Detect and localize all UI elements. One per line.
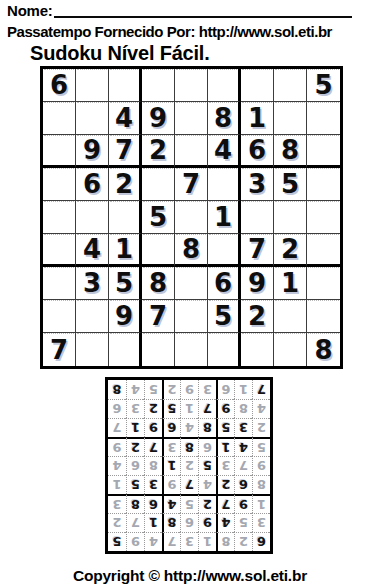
solution-cell-r5c2: 7: [234, 456, 252, 475]
puzzle-cell-r9c1[interactable]: 7: [43, 333, 76, 366]
sudoku-solution-grid-rotated-180: 6281374953549681721972546838624793519735…: [105, 377, 273, 554]
puzzle-cell-r4c3[interactable]: 2: [109, 168, 142, 201]
name-label: Nome:: [7, 3, 53, 18]
solution-given-digit: 8: [185, 441, 194, 454]
puzzle-cell-r1c7[interactable]: [241, 69, 274, 102]
puzzle-given-digit: 2: [248, 303, 266, 329]
puzzle-cell-r3c2[interactable]: 9: [76, 135, 109, 168]
solution-cell-r3c4: 2: [198, 494, 216, 513]
solution-cell-r7c8: 1: [126, 418, 144, 437]
puzzle-given-digit: 2: [149, 137, 167, 163]
puzzle-cell-r8c5[interactable]: [175, 300, 208, 333]
solution-solved-digit: 9: [112, 441, 121, 454]
sudoku-puzzle-grid: 654981972468627355141872358691975278: [40, 66, 343, 369]
solution-cell-r2c4: 9: [198, 513, 216, 532]
puzzle-cell-r2c9[interactable]: [307, 102, 340, 135]
solution-given-digit: 1: [149, 517, 158, 530]
puzzle-cell-r3c9[interactable]: [307, 135, 340, 168]
solution-cell-r3c6: 4: [162, 494, 180, 513]
solution-given-digit: 6: [167, 422, 176, 435]
solution-solved-digit: 4: [131, 383, 140, 396]
puzzle-cell-r6c5[interactable]: 8: [175, 234, 208, 267]
puzzle-given-digit: 9: [248, 270, 266, 296]
puzzle-cell-r8c7[interactable]: 2: [241, 300, 274, 333]
puzzle-cell-r9c9[interactable]: 8: [307, 333, 340, 366]
solution-cell-r9c4: 3: [198, 380, 216, 399]
puzzle-given-digit: 6: [214, 270, 232, 296]
solution-given-digit: 8: [131, 498, 140, 511]
puzzle-cell-r5c2[interactable]: [76, 201, 109, 234]
puzzle-cell-r4c1[interactable]: [43, 168, 76, 201]
puzzle-cell-r2c1[interactable]: [43, 102, 76, 135]
solution-cell-r7c3: 5: [216, 418, 234, 437]
puzzle-cell-r8c6[interactable]: 5: [208, 300, 241, 333]
solution-cell-r7c9: 7: [108, 418, 126, 437]
solution-solved-digit: 8: [149, 460, 158, 473]
solution-cell-r7c5: 4: [180, 418, 198, 437]
solution-cell-r3c1: 1: [252, 494, 270, 513]
puzzle-cell-r6c7[interactable]: 7: [241, 234, 274, 267]
solution-cell-r5c1: 9: [252, 456, 270, 475]
puzzle-cell-r2c2[interactable]: [76, 102, 109, 135]
puzzle-cell-r9c7[interactable]: [241, 333, 274, 366]
solution-solved-digit: 2: [112, 517, 121, 530]
solution-solved-digit: 3: [203, 383, 212, 396]
solution-cell-r9c3: 6: [216, 380, 234, 399]
solution-given-digit: 2: [149, 403, 158, 416]
solution-cell-r1c9: 5: [108, 532, 126, 551]
solution-cell-r8c7: 2: [144, 399, 162, 418]
solution-given-digit: 5: [131, 479, 140, 492]
puzzle-cell-r6c3[interactable]: 1: [109, 234, 142, 267]
solution-solved-digit: 5: [149, 383, 158, 396]
solution-cell-r8c3: 9: [216, 399, 234, 418]
puzzle-cell-r1c9[interactable]: 5: [307, 69, 340, 102]
puzzle-given-digit: 7: [248, 236, 266, 262]
puzzle-given-digit: 8: [149, 270, 167, 296]
solution-cell-r5c4: 5: [198, 456, 216, 475]
solution-cell-r4c8: 5: [126, 475, 144, 494]
solution-given-digit: 9: [203, 517, 212, 530]
puzzle-cell-r9c3[interactable]: [109, 333, 142, 366]
solution-solved-digit: 1: [185, 403, 194, 416]
puzzle-given-digit: 6: [248, 137, 266, 163]
solution-cell-r3c9: 3: [108, 494, 126, 513]
solution-cell-r2c6: 8: [162, 513, 180, 532]
puzzle-cell-r7c7[interactable]: 9: [241, 267, 274, 300]
solution-cell-r4c4: 4: [198, 475, 216, 494]
solution-solved-digit: 3: [221, 460, 230, 473]
solution-solved-digit: 7: [167, 536, 176, 549]
solution-cell-r2c5: 6: [180, 513, 198, 532]
puzzle-cell-r7c6[interactable]: 6: [208, 267, 241, 300]
puzzle-cell-r6c4[interactable]: [142, 234, 175, 267]
solution-cell-r2c3: 4: [216, 513, 234, 532]
solution-cell-r9c9: 8: [108, 380, 126, 399]
sudoku-worksheet-page: Nome: Passatempo Fornecido Por: http://w…: [0, 0, 380, 585]
puzzle-given-digit: 1: [115, 236, 133, 262]
puzzle-cell-r5c7[interactable]: [241, 201, 274, 234]
puzzle-cell-r2c8[interactable]: [274, 102, 307, 135]
solution-given-digit: 9: [239, 498, 248, 511]
solution-given-digit: 1: [131, 422, 140, 435]
solution-cell-r5c6: 1: [162, 456, 180, 475]
solution-given-digit: 8: [167, 517, 176, 530]
puzzle-cell-r6c6[interactable]: [208, 234, 241, 267]
puzzle-cell-r5c8[interactable]: [274, 201, 307, 234]
solution-cell-r1c5: 3: [180, 532, 198, 551]
solution-solved-digit: 4: [149, 536, 158, 549]
solution-cell-r1c6: 7: [162, 532, 180, 551]
solution-given-digit: 1: [221, 441, 230, 454]
puzzle-cell-r3c4[interactable]: 2: [142, 135, 175, 168]
solution-cell-r8c2: 8: [234, 399, 252, 418]
solution-cell-r4c7: 3: [144, 475, 162, 494]
solution-cell-r4c5: 7: [180, 475, 198, 494]
solution-solved-digit: 8: [257, 479, 266, 492]
solution-given-digit: 7: [149, 441, 158, 454]
puzzle-cell-r4c2[interactable]: 6: [76, 168, 109, 201]
puzzle-cell-r1c3[interactable]: [109, 69, 142, 102]
puzzle-cell-r9c5[interactable]: [175, 333, 208, 366]
solution-cell-r6c3: 1: [216, 437, 234, 456]
puzzle-cell-r7c2[interactable]: 3: [76, 267, 109, 300]
puzzle-cell-r9c8[interactable]: [274, 333, 307, 366]
solution-solved-digit: 1: [239, 383, 248, 396]
puzzle-cell-r6c1[interactable]: [43, 234, 76, 267]
solution-given-digit: 1: [167, 460, 176, 473]
puzzle-cell-r2c6[interactable]: 8: [208, 102, 241, 135]
puzzle-cell-r6c9[interactable]: [307, 234, 340, 267]
solution-given-digit: 7: [203, 403, 212, 416]
puzzle-given-digit: 7: [115, 137, 133, 163]
solution-cell-r7c1: 2: [252, 418, 270, 437]
solution-solved-digit: 6: [221, 383, 230, 396]
puzzle-cell-r8c4[interactable]: 7: [142, 300, 175, 333]
solution-given-digit: 5: [112, 536, 121, 549]
puzzle-cell-r1c8[interactable]: [274, 69, 307, 102]
solution-cell-r9c6: 2: [162, 380, 180, 399]
solution-solved-digit: 4: [257, 403, 266, 416]
solution-solved-digit: 6: [185, 517, 194, 530]
solution-given-digit: 6: [257, 536, 266, 549]
solution-cell-r4c6: 9: [162, 475, 180, 494]
solution-cell-r4c9: 1: [108, 475, 126, 494]
solution-cell-r3c5: 5: [180, 494, 198, 513]
puzzle-given-digit: 8: [281, 137, 299, 163]
puzzle-given-digit: 8: [214, 105, 232, 131]
solution-solved-digit: 7: [112, 422, 121, 435]
name-blank-line: [54, 3, 352, 18]
solution-solved-digit: 6: [203, 441, 212, 454]
solution-solved-digit: 9: [257, 460, 266, 473]
solution-given-digit: 2: [221, 479, 230, 492]
puzzle-cell-r1c5[interactable]: [175, 69, 208, 102]
puzzle-cell-r7c1[interactable]: [43, 267, 76, 300]
solution-cell-r6c5: 8: [180, 437, 198, 456]
solution-cell-r6c4: 6: [198, 437, 216, 456]
puzzle-cell-r1c2[interactable]: [76, 69, 109, 102]
solution-given-digit: 7: [257, 383, 266, 396]
solution-cell-r2c2: 5: [234, 513, 252, 532]
solution-given-digit: 2: [131, 441, 140, 454]
puzzle-given-digit: 4: [83, 236, 101, 262]
puzzle-cell-r2c7[interactable]: 1: [241, 102, 274, 135]
puzzle-given-digit: 4: [115, 105, 133, 131]
puzzle-cell-r1c4[interactable]: [142, 69, 175, 102]
solution-solved-digit: 9: [131, 536, 140, 549]
solution-cell-r8c5: 1: [180, 399, 198, 418]
puzzle-cell-r4c5[interactable]: 7: [175, 168, 208, 201]
solution-solved-digit: 4: [112, 460, 121, 473]
puzzle-given-digit: 1: [281, 270, 299, 296]
solution-cell-r3c7: 6: [144, 494, 162, 513]
solution-cell-r6c9: 9: [108, 437, 126, 456]
solution-solved-digit: 2: [167, 383, 176, 396]
solution-solved-digit: 3: [185, 536, 194, 549]
solution-solved-digit: 7: [239, 460, 248, 473]
puzzle-given-digit: 5: [214, 303, 232, 329]
puzzle-given-digit: 7: [149, 303, 167, 329]
puzzle-given-digit: 2: [281, 236, 299, 262]
provider-text: Passatempo Fornecido Por: http://www.sol…: [7, 23, 376, 40]
solution-cell-r2c1: 3: [252, 513, 270, 532]
puzzle-cell-r4c8[interactable]: 5: [274, 168, 307, 201]
puzzle-cell-r7c9[interactable]: [307, 267, 340, 300]
puzzle-given-digit: 9: [83, 137, 101, 163]
solution-cell-r5c9: 4: [108, 456, 126, 475]
copyright-text: Copyright © http://www.sol.eti.br: [0, 567, 380, 585]
solution-cell-r8c1: 4: [252, 399, 270, 418]
puzzle-given-digit: 6: [50, 72, 68, 98]
puzzle-given-digit: 7: [50, 337, 68, 363]
solution-solved-digit: 4: [203, 479, 212, 492]
solution-cell-r6c2: 4: [234, 437, 252, 456]
solution-solved-digit: 5: [185, 498, 194, 511]
solution-cell-r4c3: 2: [216, 475, 234, 494]
puzzle-cell-r4c9[interactable]: [307, 168, 340, 201]
puzzle-given-digit: 5: [281, 171, 299, 197]
puzzle-given-digit: 5: [314, 72, 332, 98]
solution-solved-digit: 9: [167, 479, 176, 492]
puzzle-cell-r8c1[interactable]: [43, 300, 76, 333]
solution-solved-digit: 3: [112, 498, 121, 511]
solution-cell-r6c6: 3: [162, 437, 180, 456]
solution-cell-r5c5: 2: [180, 456, 198, 475]
solution-cell-r9c8: 4: [126, 380, 144, 399]
solution-solved-digit: 2: [185, 460, 194, 473]
solution-solved-digit: 5: [257, 441, 266, 454]
solution-solved-digit: 6: [131, 460, 140, 473]
solution-given-digit: 4: [167, 498, 176, 511]
puzzle-given-digit: 9: [149, 105, 167, 131]
solution-solved-digit: 3: [131, 403, 140, 416]
puzzle-cell-r4c6[interactable]: [208, 168, 241, 201]
solution-cell-r2c8: 7: [126, 513, 144, 532]
puzzle-cell-r5c6[interactable]: 1: [208, 201, 241, 234]
puzzle-cell-r3c3[interactable]: 7: [109, 135, 142, 168]
puzzle-given-digit: 8: [314, 337, 332, 363]
solution-solved-digit: 8: [221, 536, 230, 549]
puzzle-given-digit: 9: [115, 303, 133, 329]
solution-given-digit: 2: [203, 498, 212, 511]
solution-solved-digit: 1: [112, 479, 121, 492]
solution-given-digit: 4: [239, 441, 248, 454]
solution-cell-r1c2: 2: [234, 532, 252, 551]
puzzle-cell-r3c6[interactable]: 4: [208, 135, 241, 168]
puzzle-given-digit: 7: [182, 171, 200, 197]
solution-cell-r7c4: 8: [198, 418, 216, 437]
puzzle-given-digit: 1: [214, 204, 232, 230]
solution-solved-digit: 4: [185, 422, 194, 435]
puzzle-cell-r3c1[interactable]: [43, 135, 76, 168]
solution-cell-r8c6: 5: [162, 399, 180, 418]
solution-solved-digit: 9: [185, 383, 194, 396]
solution-cell-r4c2: 6: [234, 475, 252, 494]
solution-given-digit: 6: [149, 498, 158, 511]
solution-solved-digit: 1: [257, 498, 266, 511]
puzzle-cell-r8c2[interactable]: [76, 300, 109, 333]
page-title: Sudoku Nível Fácil.: [30, 43, 380, 64]
solution-given-digit: 8: [112, 383, 121, 396]
solution-area: 6281374953549681721972546838624793519735…: [105, 377, 273, 554]
puzzle-cell-r9c4[interactable]: [142, 333, 175, 366]
puzzle-cell-r1c1[interactable]: 6: [43, 69, 76, 102]
puzzle-cell-r5c4[interactable]: 5: [142, 201, 175, 234]
puzzle-cell-r9c2[interactable]: [76, 333, 109, 366]
solution-solved-digit: 6: [112, 403, 121, 416]
solution-solved-digit: 2: [257, 422, 266, 435]
puzzle-given-digit: 6: [83, 171, 101, 197]
puzzle-cell-r5c5[interactable]: [175, 201, 208, 234]
solution-given-digit: 9: [221, 403, 230, 416]
solution-solved-digit: 7: [131, 517, 140, 530]
puzzle-cell-r8c3[interactable]: 9: [109, 300, 142, 333]
puzzle-cell-r2c3[interactable]: 4: [109, 102, 142, 135]
solution-cell-r7c2: 3: [234, 418, 252, 437]
puzzle-cell-r7c8[interactable]: 1: [274, 267, 307, 300]
puzzle-cell-r5c9[interactable]: [307, 201, 340, 234]
solution-given-digit: 9: [149, 422, 158, 435]
solution-cell-r1c7: 4: [144, 532, 162, 551]
puzzle-cell-r3c5[interactable]: [175, 135, 208, 168]
solution-given-digit: 7: [221, 498, 230, 511]
solution-cell-r3c2: 9: [234, 494, 252, 513]
solution-cell-r8c4: 7: [198, 399, 216, 418]
solution-given-digit: 5: [167, 403, 176, 416]
solution-cell-r6c8: 2: [126, 437, 144, 456]
solution-cell-r6c1: 5: [252, 437, 270, 456]
solution-given-digit: 4: [221, 517, 230, 530]
puzzle-cell-r3c7[interactable]: 6: [241, 135, 274, 168]
puzzle-cell-r6c2[interactable]: 4: [76, 234, 109, 267]
solution-cell-r1c8: 9: [126, 532, 144, 551]
puzzle-cell-r8c8[interactable]: [274, 300, 307, 333]
puzzle-cell-r2c4[interactable]: 9: [142, 102, 175, 135]
puzzle-given-digit: 3: [248, 171, 266, 197]
puzzle-cell-r9c6[interactable]: [208, 333, 241, 366]
solution-cell-r7c6: 6: [162, 418, 180, 437]
puzzle-cell-r8c9[interactable]: [307, 300, 340, 333]
solution-solved-digit: 3: [167, 441, 176, 454]
puzzle-cell-r5c1[interactable]: [43, 201, 76, 234]
puzzle-cell-r2c5[interactable]: [175, 102, 208, 135]
solution-cell-r9c1: 7: [252, 380, 270, 399]
solution-cell-r2c7: 1: [144, 513, 162, 532]
solution-cell-r4c1: 8: [252, 475, 270, 494]
puzzle-cell-r4c7[interactable]: 3: [241, 168, 274, 201]
solution-cell-r9c5: 9: [180, 380, 198, 399]
puzzle-given-digit: 1: [248, 105, 266, 131]
puzzle-cell-r7c3[interactable]: 5: [109, 267, 142, 300]
puzzle-given-digit: 5: [115, 270, 133, 296]
solution-solved-digit: 1: [203, 536, 212, 549]
solution-cell-r5c8: 6: [126, 456, 144, 475]
solution-cell-r7c7: 9: [144, 418, 162, 437]
solution-cell-r3c8: 8: [126, 494, 144, 513]
puzzle-cell-r6c8[interactable]: 2: [274, 234, 307, 267]
solution-cell-r8c9: 6: [108, 399, 126, 418]
solution-given-digit: 7: [185, 479, 194, 492]
puzzle-cell-r4c4[interactable]: [142, 168, 175, 201]
puzzle-cell-r5c3[interactable]: [109, 201, 142, 234]
solution-solved-digit: 3: [257, 517, 266, 530]
solution-cell-r3c3: 7: [216, 494, 234, 513]
solution-cell-r2c9: 2: [108, 513, 126, 532]
solution-cell-r9c7: 5: [144, 380, 162, 399]
solution-solved-digit: 5: [239, 517, 248, 530]
solution-cell-r1c4: 1: [198, 532, 216, 551]
puzzle-given-digit: 4: [214, 137, 232, 163]
solution-cell-r5c7: 8: [144, 456, 162, 475]
puzzle-cell-r1c6[interactable]: [208, 69, 241, 102]
puzzle-given-digit: 5: [149, 204, 167, 230]
solution-cell-r6c7: 7: [144, 437, 162, 456]
puzzle-given-digit: 3: [83, 270, 101, 296]
puzzle-given-digit: 8: [182, 236, 200, 262]
solution-given-digit: 8: [203, 422, 212, 435]
solution-cell-r1c1: 6: [252, 532, 270, 551]
puzzle-cell-r3c8[interactable]: 8: [274, 135, 307, 168]
name-row: Nome:: [7, 3, 375, 18]
puzzle-cell-r7c5[interactable]: [175, 267, 208, 300]
puzzle-given-digit: 2: [115, 171, 133, 197]
puzzle-cell-r7c4[interactable]: 8: [142, 267, 175, 300]
solution-cell-r5c3: 3: [216, 456, 234, 475]
solution-given-digit: 3: [239, 422, 248, 435]
solution-cell-r9c2: 1: [234, 380, 252, 399]
solution-given-digit: 3: [149, 479, 158, 492]
solution-solved-digit: 2: [239, 536, 248, 549]
solution-given-digit: 5: [203, 460, 212, 473]
solution-given-digit: 5: [221, 422, 230, 435]
solution-solved-digit: 8: [239, 403, 248, 416]
solution-cell-r8c8: 3: [126, 399, 144, 418]
solution-cell-r1c3: 8: [216, 532, 234, 551]
solution-given-digit: 6: [239, 479, 248, 492]
